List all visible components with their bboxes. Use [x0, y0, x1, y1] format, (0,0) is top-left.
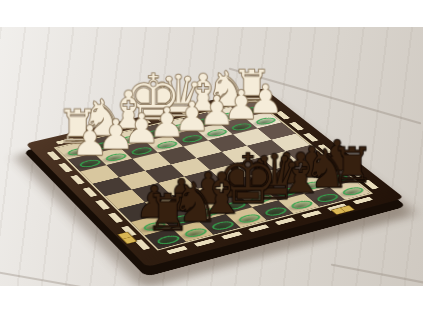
piece-white-pawn: ♟ — [71, 120, 108, 162]
coordinate-plaque — [70, 175, 84, 185]
photo-chess-scene: ♜♞♝♚♛♝♞♜♟♟♟♟♟♟♟♟♟♟♟♟♟♟♟♟♜♞♝♚♛♝♞♜ — [0, 0, 423, 318]
coordinate-plaque — [248, 224, 269, 232]
coordinate-plaque — [221, 231, 242, 239]
coordinate-plaque — [83, 187, 98, 197]
coordinate-plaque — [108, 213, 123, 223]
chess-board: ♜♞♝♚♛♝♞♜♟♟♟♟♟♟♟♟♟♟♟♟♟♟♟♟♜♞♝♚♛♝♞♜ — [25, 88, 404, 267]
coordinate-plaque — [353, 197, 373, 205]
board-scene: ♜♞♝♚♛♝♞♜♟♟♟♟♟♟♟♟♟♟♟♟♟♟♟♟♜♞♝♚♛♝♞♜ — [70, 30, 350, 310]
square-h8: ♜ — [145, 228, 186, 249]
coordinate-plaque — [301, 210, 322, 218]
coordinate-plaque — [166, 246, 188, 254]
board-frame: ♜♞♝♚♛♝♞♜♟♟♟♟♟♟♟♟♟♟♟♟♟♟♟♟♜♞♝♚♛♝♞♜ — [25, 88, 404, 267]
coordinate-plaque — [194, 239, 215, 247]
letterbox-bottom — [0, 286, 423, 318]
coordinate-plaque — [289, 122, 304, 131]
piece-black-rook: ♜ — [144, 187, 190, 238]
coordinate-plaque — [95, 200, 110, 210]
letterbox-top — [0, 0, 423, 27]
coordinate-plaque — [275, 217, 296, 225]
